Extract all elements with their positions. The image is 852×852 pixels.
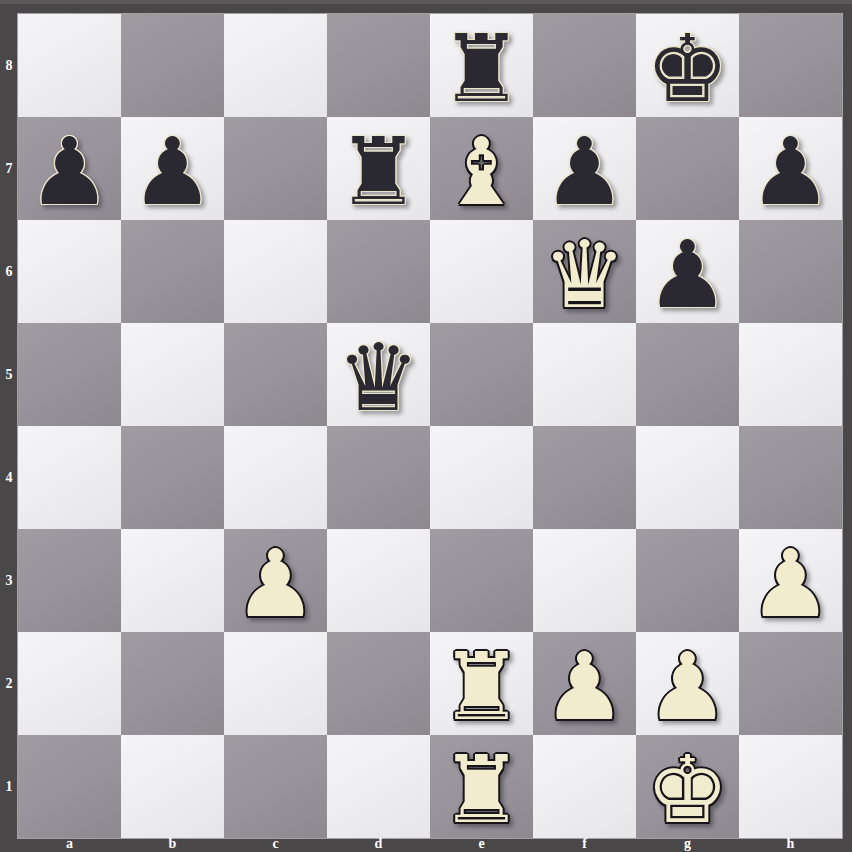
piece-black-rook-e8[interactable]: ♜ — [430, 18, 533, 121]
square-g6[interactable]: ♟ — [636, 220, 739, 323]
square-a6[interactable] — [18, 220, 121, 323]
file-labels: abcdefgh — [18, 836, 842, 852]
file-label-f: f — [533, 836, 636, 852]
file-label-d: d — [327, 836, 430, 852]
square-e1[interactable]: ♜ — [430, 735, 533, 838]
square-a4[interactable] — [18, 426, 121, 529]
rank-labels: 87654321 — [0, 14, 18, 838]
square-c4[interactable] — [224, 426, 327, 529]
square-a1[interactable] — [18, 735, 121, 838]
square-a2[interactable] — [18, 632, 121, 735]
piece-white-pawn-h3[interactable]: ♟ — [739, 533, 842, 636]
square-b1[interactable] — [121, 735, 224, 838]
square-d3[interactable] — [327, 529, 430, 632]
square-d6[interactable] — [327, 220, 430, 323]
square-b2[interactable] — [121, 632, 224, 735]
square-g7[interactable] — [636, 117, 739, 220]
rank-label-1: 1 — [0, 735, 18, 838]
square-e4[interactable] — [430, 426, 533, 529]
piece-black-king-g8[interactable]: ♚ — [636, 18, 739, 121]
square-e8[interactable]: ♜ — [430, 14, 533, 117]
square-c3[interactable]: ♟ — [224, 529, 327, 632]
square-a7[interactable]: ♟ — [18, 117, 121, 220]
square-e5[interactable] — [430, 323, 533, 426]
square-f1[interactable] — [533, 735, 636, 838]
rank-label-4: 4 — [0, 426, 18, 529]
piece-black-pawn-g6[interactable]: ♟ — [636, 224, 739, 327]
square-d2[interactable] — [327, 632, 430, 735]
piece-black-pawn-b7[interactable]: ♟ — [121, 121, 224, 224]
chess-board-frame: 87654321 ♜♚♟♟♜♝♟♟♛♟♛♟♟♜♟♟♜♚ abcdefgh — [0, 0, 852, 852]
rank-label-6: 6 — [0, 220, 18, 323]
square-f5[interactable] — [533, 323, 636, 426]
square-b5[interactable] — [121, 323, 224, 426]
piece-black-pawn-f7[interactable]: ♟ — [533, 121, 636, 224]
piece-black-queen-d5[interactable]: ♛ — [327, 327, 430, 430]
square-b4[interactable] — [121, 426, 224, 529]
square-a8[interactable] — [18, 14, 121, 117]
square-f4[interactable] — [533, 426, 636, 529]
square-h2[interactable] — [739, 632, 842, 735]
square-h8[interactable] — [739, 14, 842, 117]
chess-board: ♜♚♟♟♜♝♟♟♛♟♛♟♟♜♟♟♜♚ — [18, 14, 842, 838]
square-c7[interactable] — [224, 117, 327, 220]
file-label-h: h — [739, 836, 842, 852]
square-e3[interactable] — [430, 529, 533, 632]
square-f2[interactable]: ♟ — [533, 632, 636, 735]
square-c5[interactable] — [224, 323, 327, 426]
square-e2[interactable]: ♜ — [430, 632, 533, 735]
square-h4[interactable] — [739, 426, 842, 529]
square-g3[interactable] — [636, 529, 739, 632]
piece-white-bishop-e7[interactable]: ♝ — [430, 121, 533, 224]
square-c2[interactable] — [224, 632, 327, 735]
square-g1[interactable]: ♚ — [636, 735, 739, 838]
piece-black-pawn-h7[interactable]: ♟ — [739, 121, 842, 224]
square-h5[interactable] — [739, 323, 842, 426]
frame-top-highlight — [0, 0, 852, 4]
rank-label-8: 8 — [0, 14, 18, 117]
rank-label-2: 2 — [0, 632, 18, 735]
square-f6[interactable]: ♛ — [533, 220, 636, 323]
square-f3[interactable] — [533, 529, 636, 632]
square-g8[interactable]: ♚ — [636, 14, 739, 117]
piece-white-rook-e2[interactable]: ♜ — [430, 636, 533, 739]
piece-white-pawn-f2[interactable]: ♟ — [533, 636, 636, 739]
square-g2[interactable]: ♟ — [636, 632, 739, 735]
square-e7[interactable]: ♝ — [430, 117, 533, 220]
piece-white-queen-f6[interactable]: ♛ — [533, 224, 636, 327]
square-b6[interactable] — [121, 220, 224, 323]
piece-white-rook-e1[interactable]: ♜ — [430, 739, 533, 842]
square-a5[interactable] — [18, 323, 121, 426]
square-b3[interactable] — [121, 529, 224, 632]
square-c6[interactable] — [224, 220, 327, 323]
square-h6[interactable] — [739, 220, 842, 323]
piece-black-rook-d7[interactable]: ♜ — [327, 121, 430, 224]
square-b7[interactable]: ♟ — [121, 117, 224, 220]
square-g5[interactable] — [636, 323, 739, 426]
square-f7[interactable]: ♟ — [533, 117, 636, 220]
square-d1[interactable] — [327, 735, 430, 838]
square-c8[interactable] — [224, 14, 327, 117]
square-d7[interactable]: ♜ — [327, 117, 430, 220]
rank-label-7: 7 — [0, 117, 18, 220]
file-label-g: g — [636, 836, 739, 852]
piece-white-king-g1[interactable]: ♚ — [636, 739, 739, 842]
square-g4[interactable] — [636, 426, 739, 529]
square-h3[interactable]: ♟ — [739, 529, 842, 632]
file-label-a: a — [18, 836, 121, 852]
square-d5[interactable]: ♛ — [327, 323, 430, 426]
square-h1[interactable] — [739, 735, 842, 838]
square-d4[interactable] — [327, 426, 430, 529]
rank-label-5: 5 — [0, 323, 18, 426]
square-c1[interactable] — [224, 735, 327, 838]
file-label-c: c — [224, 836, 327, 852]
piece-white-pawn-c3[interactable]: ♟ — [224, 533, 327, 636]
rank-label-3: 3 — [0, 529, 18, 632]
square-f8[interactable] — [533, 14, 636, 117]
file-label-b: b — [121, 836, 224, 852]
file-label-e: e — [430, 836, 533, 852]
square-a3[interactable] — [18, 529, 121, 632]
square-h7[interactable]: ♟ — [739, 117, 842, 220]
square-e6[interactable] — [430, 220, 533, 323]
square-b8[interactable] — [121, 14, 224, 117]
square-d8[interactable] — [327, 14, 430, 117]
piece-white-pawn-g2[interactable]: ♟ — [636, 636, 739, 739]
piece-black-pawn-a7[interactable]: ♟ — [18, 121, 121, 224]
